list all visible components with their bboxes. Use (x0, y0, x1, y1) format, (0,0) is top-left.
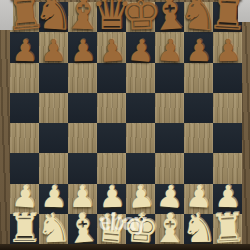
square-g1 (184, 214, 213, 244)
square-b5 (39, 93, 68, 123)
square-f5 (155, 93, 184, 123)
square-c6 (68, 63, 97, 93)
square-f2 (155, 184, 184, 214)
square-g7 (184, 32, 213, 62)
square-a2 (10, 184, 39, 214)
square-a3 (10, 153, 39, 183)
square-f3 (155, 153, 184, 183)
square-h1 (213, 214, 242, 244)
square-f8 (155, 2, 184, 32)
square-f7 (155, 32, 184, 62)
square-d3 (97, 153, 126, 183)
square-e4 (126, 123, 155, 153)
square-a8 (10, 2, 39, 32)
square-h4 (213, 123, 242, 153)
square-h7 (213, 32, 242, 62)
square-d8 (97, 2, 126, 32)
square-f6 (155, 63, 184, 93)
square-a4 (10, 123, 39, 153)
square-c1 (68, 214, 97, 244)
background-top-left (0, 0, 13, 30)
square-a1 (10, 214, 39, 244)
square-g6 (184, 63, 213, 93)
square-a7 (10, 32, 39, 62)
chess-set-photo: ♜♞♝♛♚♝♞♜♟♟♟♟♟♟♟♟♟♟♟♟♟♟♟♟♜♞♝♛♚♝♞♜ ebay (0, 0, 250, 250)
square-b4 (39, 123, 68, 153)
square-a5 (10, 93, 39, 123)
square-b7 (39, 32, 68, 62)
square-b1 (39, 214, 68, 244)
square-g5 (184, 93, 213, 123)
square-h5 (213, 93, 242, 123)
square-c8 (68, 2, 97, 32)
square-g2 (184, 184, 213, 214)
square-c2 (68, 184, 97, 214)
square-d6 (97, 63, 126, 93)
square-d4 (97, 123, 126, 153)
board-front-edge (0, 244, 250, 250)
board-squares (10, 2, 242, 244)
square-b3 (39, 153, 68, 183)
square-e6 (126, 63, 155, 93)
square-g3 (184, 153, 213, 183)
square-d5 (97, 93, 126, 123)
square-c3 (68, 153, 97, 183)
square-h6 (213, 63, 242, 93)
square-g4 (184, 123, 213, 153)
square-c4 (68, 123, 97, 153)
square-f1 (155, 214, 184, 244)
background-top-right (238, 0, 250, 22)
square-h2 (213, 184, 242, 214)
square-e3 (126, 153, 155, 183)
square-c7 (68, 32, 97, 62)
square-e8 (126, 2, 155, 32)
square-c5 (68, 93, 97, 123)
square-f4 (155, 123, 184, 153)
square-a6 (10, 63, 39, 93)
square-b2 (39, 184, 68, 214)
square-e5 (126, 93, 155, 123)
square-g8 (184, 2, 213, 32)
square-d7 (97, 32, 126, 62)
square-h3 (213, 153, 242, 183)
square-b6 (39, 63, 68, 93)
ebay-watermark: ebay (99, 209, 145, 236)
square-b8 (39, 2, 68, 32)
square-e7 (126, 32, 155, 62)
